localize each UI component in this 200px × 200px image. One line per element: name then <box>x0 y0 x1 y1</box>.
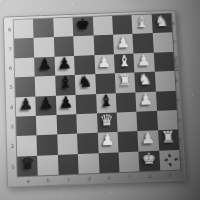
piece-white-pawn-g6[interactable]: ♟ <box>137 53 152 69</box>
file-label-g: g <box>140 171 161 180</box>
file-label-b: b <box>38 176 59 185</box>
square-b4[interactable]: ♟ <box>36 95 57 115</box>
square-d4[interactable] <box>76 94 97 114</box>
square-f5[interactable]: ♜ <box>115 73 136 93</box>
rank-label-3: 3 <box>7 117 16 137</box>
square-b6[interactable]: ♟ <box>34 57 55 77</box>
piece-white-bishop-f6[interactable]: ♝ <box>117 54 132 70</box>
square-f2[interactable] <box>117 131 138 152</box>
square-g4[interactable]: ♟ <box>136 91 157 111</box>
square-a1[interactable]: ♛ <box>17 155 38 176</box>
piece-black-pawn-a4[interactable]: ♟ <box>19 96 34 112</box>
logo-knight-glyph: ♞ <box>163 158 168 163</box>
chessboard-photo: ♚♝♞♟♟♟♟♝♟♝♞♜♞♟♟♟♝♟♛♟♟♜♛♚♞♞♞♞ abcdefgh 87… <box>0 0 200 200</box>
square-e6[interactable]: ♟ <box>94 54 115 74</box>
square-e1[interactable] <box>98 152 119 173</box>
rank-label-8: 8 <box>170 14 176 33</box>
rank-label-5: 5 <box>173 71 179 91</box>
piece-white-rook-f5[interactable]: ♜ <box>118 73 133 89</box>
square-e8[interactable] <box>92 16 113 36</box>
square-d5[interactable]: ♞ <box>75 74 96 94</box>
piece-white-pawn-g2[interactable]: ♟ <box>141 131 156 147</box>
square-a4[interactable]: ♟ <box>16 96 37 116</box>
piece-black-pawn-c6[interactable]: ♟ <box>57 56 72 72</box>
square-c4[interactable]: ♟ <box>56 94 77 114</box>
file-label-e: e <box>99 173 120 182</box>
piece-white-queen-e3[interactable]: ♛ <box>99 113 114 129</box>
piece-black-bishop-e4[interactable]: ♝ <box>99 93 114 109</box>
piece-white-pawn-f7[interactable]: ♟ <box>116 35 131 51</box>
square-g1[interactable]: ♚ <box>139 150 160 171</box>
file-label-h: h <box>160 171 181 180</box>
piece-black-knight-d5[interactable]: ♞ <box>78 75 93 91</box>
file-label-c: c <box>58 175 79 184</box>
piece-black-queen-a1[interactable]: ♛ <box>20 156 35 172</box>
board-frame: ♚♝♞♟♟♟♟♝♟♝♞♜♞♟♟♟♝♟♛♟♟♜♛♚♞♞♞♞ abcdefgh 87… <box>3 10 186 188</box>
square-g8[interactable]: ♝ <box>132 14 153 34</box>
square-c8[interactable] <box>53 18 73 38</box>
dust-speckles <box>0 0 1 1</box>
square-f1[interactable] <box>118 151 139 172</box>
piece-white-rook-h2[interactable]: ♜ <box>161 130 176 146</box>
square-d3[interactable] <box>76 113 97 134</box>
square-d1[interactable] <box>78 153 99 174</box>
piece-white-knight-h8[interactable]: ♞ <box>154 14 169 29</box>
piece-white-pawn-e6[interactable]: ♟ <box>97 54 112 70</box>
rank-label-2: 2 <box>8 136 17 156</box>
rank-label-5: 5 <box>6 77 15 97</box>
rank-label-6: 6 <box>6 58 15 78</box>
rank-label-3: 3 <box>176 110 182 130</box>
dgt-brand-text: © DGT <box>173 56 179 73</box>
dgt-logo-icon: ♞♞♞♞ <box>163 153 178 167</box>
square-f3[interactable] <box>117 112 138 133</box>
piece-white-knight-g5[interactable]: ♞ <box>138 72 153 88</box>
square-h5[interactable] <box>154 71 175 91</box>
square-a6[interactable] <box>15 57 35 77</box>
square-b1[interactable] <box>37 155 58 176</box>
piece-black-bishop-c5[interactable]: ♝ <box>58 75 73 91</box>
rank-label-7: 7 <box>5 39 14 59</box>
square-a7[interactable] <box>14 38 34 58</box>
square-h8[interactable]: ♞ <box>151 14 172 34</box>
file-label-d: d <box>79 174 100 183</box>
square-d8[interactable]: ♚ <box>73 17 93 37</box>
square-d2[interactable] <box>77 133 98 154</box>
square-h7[interactable] <box>152 33 173 53</box>
square-c2[interactable] <box>57 134 78 155</box>
piece-white-pawn-g4[interactable]: ♟ <box>139 92 154 108</box>
piece-black-pawn-b4[interactable]: ♟ <box>39 96 54 112</box>
square-a8[interactable] <box>14 19 34 39</box>
piece-black-king-d8[interactable]: ♚ <box>76 17 90 32</box>
square-b2[interactable] <box>37 135 58 156</box>
square-a3[interactable] <box>16 116 37 137</box>
rank-label-8: 8 <box>5 20 14 39</box>
square-b3[interactable] <box>36 115 57 136</box>
square-h6[interactable] <box>153 52 174 72</box>
square-e2[interactable]: ♟ <box>97 132 118 153</box>
square-h2[interactable]: ♜ <box>158 130 179 151</box>
piece-black-pawn-b6[interactable]: ♟ <box>37 57 51 73</box>
rank-label-1: 1 <box>8 156 17 176</box>
square-h4[interactable] <box>156 90 177 110</box>
square-h1[interactable]: ♞♞♞♞ <box>159 150 180 171</box>
rank-label-2: 2 <box>177 129 183 149</box>
piece-white-pawn-e2[interactable]: ♟ <box>100 133 115 149</box>
piece-black-pawn-c4[interactable]: ♟ <box>59 95 74 111</box>
piece-white-king-g1[interactable]: ♚ <box>142 151 157 167</box>
board-grid: ♚♝♞♟♟♟♟♝♟♝♞♜♞♟♟♟♝♟♛♟♟♜♛♚♞♞♞♞ <box>14 14 181 177</box>
logo-knight-glyph: ♞ <box>168 162 173 167</box>
rank-label-4: 4 <box>7 97 16 117</box>
square-c3[interactable] <box>56 114 77 135</box>
square-c1[interactable] <box>58 154 79 175</box>
square-f4[interactable] <box>116 92 137 112</box>
rank-label-7: 7 <box>171 32 177 51</box>
file-label-f: f <box>119 172 140 181</box>
logo-knight-glyph: ♞ <box>173 157 178 162</box>
rank-label-4: 4 <box>175 90 181 110</box>
square-d7[interactable] <box>73 36 94 56</box>
square-b8[interactable] <box>33 18 53 38</box>
piece-white-bishop-g8[interactable]: ♝ <box>135 15 150 30</box>
file-label-a: a <box>18 176 39 185</box>
